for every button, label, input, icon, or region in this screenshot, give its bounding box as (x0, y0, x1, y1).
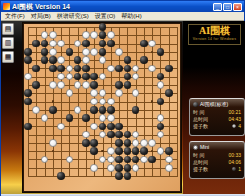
black-stone (41, 40, 49, 48)
black-stone (115, 65, 123, 73)
white-captures-value: 1 (238, 166, 241, 172)
maximize-button[interactable]: □ (223, 3, 232, 11)
black-stone (90, 147, 98, 155)
left-toolbar: ▤▥▦ (2, 23, 16, 63)
menu-item-3[interactable]: 设置(O) (95, 12, 116, 21)
black-stone (49, 65, 57, 73)
black-stone (107, 40, 115, 48)
black-stone (90, 73, 98, 81)
grid-line-horizontal (28, 176, 178, 177)
white-stone (90, 98, 98, 106)
white-stone (82, 31, 90, 39)
black-stone (24, 48, 32, 56)
captured-black-stone-icon (232, 167, 236, 171)
black-stone (82, 139, 90, 147)
white-total-time-label: 总时间 (193, 159, 208, 165)
black-captures-label: 提子数 (193, 123, 208, 129)
black-stone (24, 89, 32, 97)
black-stone (157, 73, 165, 81)
white-stone (41, 114, 49, 122)
black-stone (57, 172, 65, 180)
white-stone (115, 48, 123, 56)
new-game-button[interactable]: ▤ (2, 23, 14, 35)
black-stone (132, 156, 140, 164)
white-stone (90, 164, 98, 172)
black-stone (74, 56, 82, 64)
white-stone (41, 31, 49, 39)
title-bar[interactable]: AI围棋 Version 14 _ □ × (1, 1, 244, 12)
black-stone (49, 56, 57, 64)
black-stone (99, 106, 107, 114)
white-stone (49, 48, 57, 56)
black-stone (115, 81, 123, 89)
black-stone (115, 156, 123, 164)
white-stone (32, 106, 40, 114)
white-stone (74, 106, 82, 114)
white-stone (82, 131, 90, 139)
white-stone (132, 65, 140, 73)
black-stone (32, 40, 40, 48)
white-stone (49, 139, 57, 147)
black-stone (124, 164, 132, 172)
black-stone (115, 139, 123, 147)
white-stone (57, 81, 65, 89)
menu-item-2[interactable]: 棋谱研究(S) (57, 12, 89, 21)
black-stone (124, 172, 132, 180)
black-stone (107, 106, 115, 114)
white-stone (99, 98, 107, 106)
white-stone (107, 98, 115, 106)
white-stone (107, 156, 115, 164)
white-stone (157, 81, 165, 89)
captured-white-stone-icon (232, 124, 236, 128)
black-stone (132, 147, 140, 155)
white-stone (115, 89, 123, 97)
white-stone (66, 65, 74, 73)
white-stone (165, 156, 173, 164)
app-icon (3, 3, 10, 10)
black-stone (148, 156, 156, 164)
black-stone (124, 156, 132, 164)
black-stone (41, 48, 49, 56)
black-stone (49, 106, 57, 114)
black-stone (165, 89, 173, 97)
black-stone (157, 123, 165, 131)
menu-bar: 文件(F)对局(B)棋谱研究(S)设置(O)帮助(H) (1, 12, 244, 21)
black-stone (99, 31, 107, 39)
close-button[interactable]: × (233, 3, 242, 11)
save-button[interactable]: ▦ (2, 51, 14, 63)
black-stone (140, 147, 148, 155)
white-stone (41, 156, 49, 164)
white-total-time-value: 04:06 (228, 159, 241, 165)
black-stone (165, 65, 173, 73)
logo-subtitle: Version 14 for Windows (189, 37, 240, 41)
black-stone (115, 147, 123, 155)
logo-title: AI围棋 (189, 25, 240, 37)
white-stone (148, 65, 156, 73)
white-stone (157, 114, 165, 122)
black-stone-icon (193, 102, 198, 107)
white-stone (107, 147, 115, 155)
white-stone (99, 73, 107, 81)
black-stone (41, 56, 49, 64)
black-stone (107, 131, 115, 139)
app-logo: AI围棋 Version 14 for Windows (188, 24, 241, 45)
white-stone (148, 40, 156, 48)
black-stone (157, 48, 165, 56)
black-stone (157, 98, 165, 106)
white-stone (140, 139, 148, 147)
white-stone (99, 156, 107, 164)
white-time-label: 时 间 (193, 152, 204, 158)
white-stone (74, 81, 82, 89)
black-stone (99, 40, 107, 48)
black-stone (74, 65, 82, 73)
white-stone (57, 123, 65, 131)
black-stone (115, 172, 123, 180)
white-stone (74, 40, 82, 48)
black-stone (124, 139, 132, 147)
black-stone (24, 56, 32, 64)
black-stone (140, 40, 148, 48)
black-stone (99, 123, 107, 131)
black-player-panel: AI围棋(标准) 时 间 00:21 总时间 04:43 提子数 4 (189, 98, 245, 136)
white-stone (82, 56, 90, 64)
white-stone (132, 164, 140, 172)
black-total-time-value: 04:43 (228, 116, 241, 122)
white-stone (107, 65, 115, 73)
open-file-button[interactable]: ▥ (2, 37, 14, 49)
black-captures-value: 4 (238, 123, 241, 129)
go-board[interactable] (22, 22, 182, 193)
black-stone (24, 98, 32, 106)
white-stone (132, 131, 140, 139)
black-stone (165, 147, 173, 155)
white-player-name: Mini (200, 143, 209, 151)
side-panel: AI围棋 Version 14 for Windows AI围棋(标准) 时 间… (183, 21, 245, 196)
menu-item-1[interactable]: 对局(B) (31, 12, 51, 21)
white-stone (57, 40, 65, 48)
white-stone (107, 114, 115, 122)
black-stone (90, 106, 98, 114)
white-stone (82, 48, 90, 56)
minimize-button[interactable]: _ (213, 3, 222, 11)
black-stone (32, 81, 40, 89)
white-stone (107, 31, 115, 39)
main-area: ▤▥▦ AI围棋 Version 14 for Windows AI围棋(标准)… (1, 21, 245, 196)
white-stone (49, 40, 57, 48)
black-stone (140, 56, 148, 64)
white-stone (66, 156, 74, 164)
white-stone-icon (193, 145, 198, 150)
menu-item-0[interactable]: 文件(F) (5, 12, 25, 21)
white-stone (132, 73, 140, 81)
star-point (52, 100, 54, 102)
black-stone (115, 123, 123, 131)
black-total-time-label: 总时间 (193, 116, 208, 122)
white-stone (90, 48, 98, 56)
black-stone (57, 65, 65, 73)
white-stone (57, 73, 65, 81)
white-stone (132, 89, 140, 97)
white-stone (148, 139, 156, 147)
black-stone (124, 56, 132, 64)
white-stone (90, 89, 98, 97)
black-stone (124, 147, 132, 155)
white-stone (66, 89, 74, 97)
black-time-label: 时 间 (193, 109, 204, 115)
white-stone (82, 81, 90, 89)
black-stone (124, 131, 132, 139)
app-window: AI围棋 Version 14 _ □ × 文件(F)对局(B)棋谱研究(S)设… (0, 0, 245, 196)
white-captures-label: 提子数 (193, 166, 208, 172)
white-stone (57, 56, 65, 64)
white-stone (49, 81, 57, 89)
white-player-panel: Mini 时 间 00:33 总时间 04:06 提子数 1 (189, 141, 245, 179)
white-stone (132, 139, 140, 147)
black-stone (115, 164, 123, 172)
white-stone (99, 114, 107, 122)
black-stone (124, 73, 132, 81)
white-stone (157, 147, 165, 155)
black-stone (124, 81, 132, 89)
black-stone (99, 48, 107, 56)
window-title: AI围棋 Version 14 (12, 1, 213, 12)
white-stone (99, 89, 107, 97)
black-time-value: 00:21 (228, 109, 241, 115)
white-stone (99, 131, 107, 139)
white-stone (49, 31, 57, 39)
white-stone (140, 156, 148, 164)
black-stone (132, 106, 140, 114)
white-stone (66, 73, 74, 81)
white-stone (90, 31, 98, 39)
window-bottom-border (1, 194, 245, 196)
black-stone (115, 131, 123, 139)
black-stone (99, 23, 107, 31)
black-stone (107, 123, 115, 131)
white-stone (90, 123, 98, 131)
board-wood (24, 24, 180, 191)
white-stone (157, 131, 165, 139)
black-stone (66, 114, 74, 122)
black-stone (90, 81, 98, 89)
black-stone (32, 65, 40, 73)
black-stone (24, 123, 32, 131)
white-time-value: 00:33 (228, 152, 241, 158)
black-stone (74, 73, 82, 81)
grid-line-vertical (177, 27, 178, 177)
white-stone (24, 73, 32, 81)
black-player-name: AI围棋(标准) (200, 100, 228, 108)
black-stone (66, 48, 74, 56)
black-stone (82, 65, 90, 73)
black-stone (82, 73, 90, 81)
black-stone (90, 139, 98, 147)
white-stone (99, 56, 107, 64)
white-stone (107, 164, 115, 172)
grid-line-horizontal (28, 168, 178, 169)
menu-item-4[interactable]: 帮助(H) (121, 12, 141, 21)
black-stone (82, 114, 90, 122)
black-stone (82, 40, 90, 48)
white-stone (165, 164, 173, 172)
black-stone (124, 65, 132, 73)
